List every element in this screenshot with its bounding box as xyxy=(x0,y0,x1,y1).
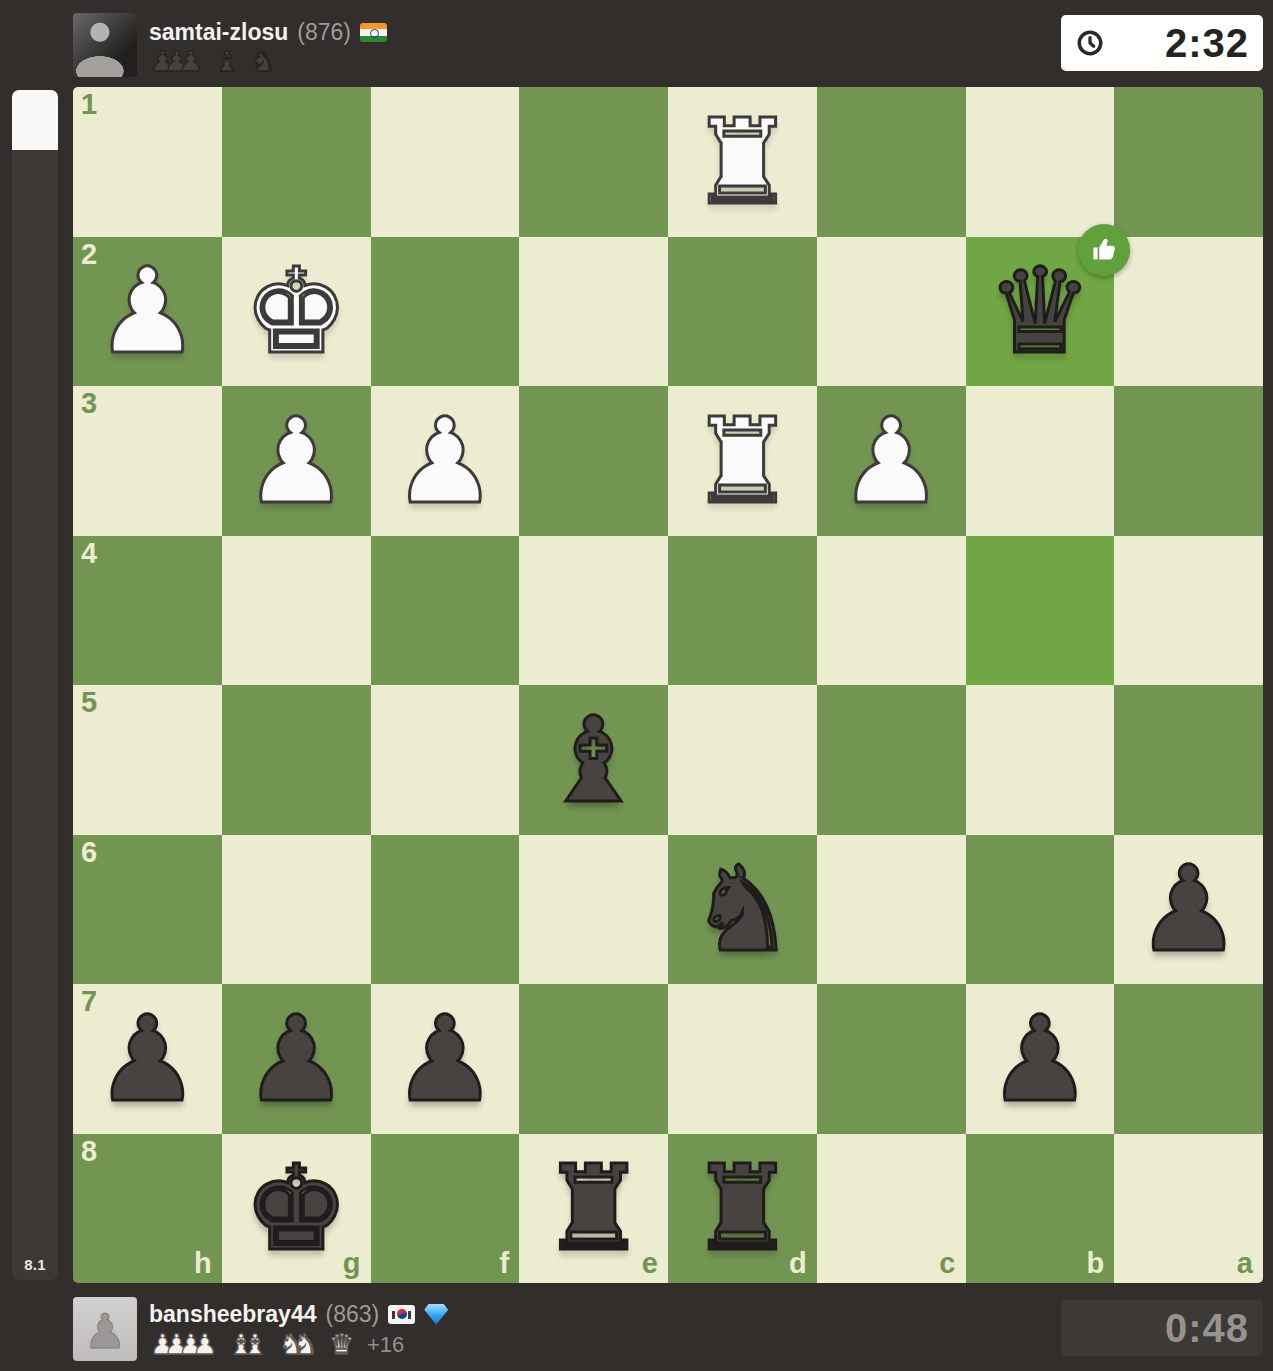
material-advantage: +16 xyxy=(367,1332,404,1358)
square-b4[interactable] xyxy=(966,536,1115,686)
top-player-name-line: samtai-zlosu (876) xyxy=(149,17,387,47)
square-f3[interactable]: ♟ xyxy=(371,386,520,536)
square-h4[interactable]: 4 xyxy=(73,536,222,686)
square-g3[interactable]: ♟ xyxy=(222,386,371,536)
captured-pawn-group: ♟♟♟ xyxy=(150,48,203,76)
white-clock-time: 2:32 xyxy=(1165,21,1249,66)
captured-knight-group: ♞♞ xyxy=(279,1331,318,1359)
captured-pawn-icon: ♟ xyxy=(178,48,203,76)
top-player-name[interactable]: samtai-zlosu xyxy=(149,19,288,46)
black-pawn-b7[interactable]: ♟ xyxy=(966,984,1115,1134)
square-c3[interactable]: ♟ xyxy=(817,386,966,536)
captured-pawn-group: ♟♟♟♟ xyxy=(150,1331,217,1359)
white-rook-d3[interactable]: ♜ xyxy=(668,386,817,536)
file-label-c: c xyxy=(939,1249,955,1278)
square-g4[interactable] xyxy=(222,536,371,686)
square-a7[interactable] xyxy=(1114,984,1263,1134)
square-e3[interactable] xyxy=(519,386,668,536)
square-f2[interactable] xyxy=(371,237,520,387)
square-e5[interactable]: ♝ xyxy=(519,685,668,835)
square-c5[interactable] xyxy=(817,685,966,835)
captured-knight-icon: ♞ xyxy=(293,1331,318,1359)
square-d6[interactable]: ♞ xyxy=(668,835,817,985)
white-pawn-h2[interactable]: ♟ xyxy=(73,237,222,387)
black-pawn-h7[interactable]: ♟ xyxy=(73,984,222,1134)
square-e6[interactable] xyxy=(519,835,668,985)
bottom-player-name-line: bansheebray44 (863) xyxy=(149,1299,448,1329)
square-c2[interactable] xyxy=(817,237,966,387)
square-b6[interactable] xyxy=(966,835,1115,985)
square-e4[interactable] xyxy=(519,536,668,686)
square-h1[interactable]: 1 xyxy=(73,87,222,237)
square-c7[interactable] xyxy=(817,984,966,1134)
square-h7[interactable]: 7♟ xyxy=(73,984,222,1134)
square-g2[interactable]: ♚ xyxy=(222,237,371,387)
square-f5[interactable] xyxy=(371,685,520,835)
square-b7[interactable]: ♟ xyxy=(966,984,1115,1134)
captured-bishop-icon: ♝ xyxy=(214,48,239,76)
captured-queen-icon: ♛ xyxy=(329,1331,354,1359)
white-pawn-g3[interactable]: ♟ xyxy=(222,386,371,536)
captured-bishop-group: ♝♝ xyxy=(228,1331,267,1359)
square-c4[interactable] xyxy=(817,536,966,686)
bottom-player-avatar[interactable]: ♟ xyxy=(73,1297,137,1361)
square-h3[interactable]: 3 xyxy=(73,386,222,536)
square-g6[interactable] xyxy=(222,835,371,985)
square-d8[interactable]: d♜ xyxy=(668,1134,817,1284)
thumbs-up-icon xyxy=(1089,235,1119,265)
square-b5[interactable] xyxy=(966,685,1115,835)
square-f1[interactable] xyxy=(371,87,520,237)
square-g7[interactable]: ♟ xyxy=(222,984,371,1134)
rank-label-5: 5 xyxy=(81,688,97,717)
square-c1[interactable] xyxy=(817,87,966,237)
square-c8[interactable]: c xyxy=(817,1134,966,1284)
captured-queen-group: ♛ xyxy=(329,1331,354,1359)
black-pawn-f7[interactable]: ♟ xyxy=(371,984,520,1134)
square-b1[interactable] xyxy=(966,87,1115,237)
captured-knight-icon: ♞ xyxy=(250,48,275,76)
square-e8[interactable]: e♜ xyxy=(519,1134,668,1284)
square-b3[interactable] xyxy=(966,386,1115,536)
square-g5[interactable] xyxy=(222,685,371,835)
top-player-avatar[interactable] xyxy=(73,13,137,77)
black-knight-d6[interactable]: ♞ xyxy=(668,835,817,985)
square-d4[interactable] xyxy=(668,536,817,686)
top-player-captured-pieces: ♟♟♟♝♞ xyxy=(150,47,287,77)
square-e1[interactable] xyxy=(519,87,668,237)
square-h8[interactable]: 8h xyxy=(73,1134,222,1284)
square-h5[interactable]: 5 xyxy=(73,685,222,835)
default-avatar-pawn-icon: ♟ xyxy=(83,1307,126,1355)
square-g1[interactable] xyxy=(222,87,371,237)
rank-label-6: 6 xyxy=(81,838,97,867)
white-clock: 2:32 xyxy=(1061,15,1263,71)
square-f7[interactable]: ♟ xyxy=(371,984,520,1134)
chess-board: 1♜2♟♚♛3♟♟♜♟45♝6♞♟7♟♟♟♟8hg♚fe♜d♜cba xyxy=(73,87,1263,1283)
chess-app: 8.1 samtai-zlosu (876) ♟♟♟♝♞ 2:32 1♜2♟♚♛… xyxy=(0,0,1273,1371)
black-king-g8[interactable]: ♚ xyxy=(222,1134,371,1284)
black-clock-time: 0:48 xyxy=(1165,1306,1249,1351)
square-b8[interactable]: b xyxy=(966,1134,1115,1284)
captured-pawn-icon: ♟ xyxy=(192,1331,217,1359)
square-a4[interactable] xyxy=(1114,536,1263,686)
rank-label-4: 4 xyxy=(81,539,97,568)
black-pawn-g7[interactable]: ♟ xyxy=(222,984,371,1134)
bottom-player-captured-pieces: ♟♟♟♟♝♝♞♞♛+16 xyxy=(150,1329,404,1361)
india-flag-icon xyxy=(360,23,387,42)
white-pawn-c3[interactable]: ♟ xyxy=(817,386,966,536)
black-rook-e8[interactable]: ♜ xyxy=(519,1134,668,1284)
square-f6[interactable] xyxy=(371,835,520,985)
black-pawn-a6[interactable]: ♟ xyxy=(1114,835,1263,985)
white-king-g2[interactable]: ♚ xyxy=(222,237,371,387)
south-korea-flag-icon xyxy=(388,1305,415,1324)
square-d2[interactable] xyxy=(668,237,817,387)
square-d5[interactable] xyxy=(668,685,817,835)
square-b2[interactable]: ♛ xyxy=(966,237,1115,387)
rank-label-3: 3 xyxy=(81,389,97,418)
square-f8[interactable]: f xyxy=(371,1134,520,1284)
file-label-f: f xyxy=(500,1249,510,1278)
square-c6[interactable] xyxy=(817,835,966,985)
square-a5[interactable] xyxy=(1114,685,1263,835)
black-rook-d8[interactable]: ♜ xyxy=(668,1134,817,1284)
bottom-player-name[interactable]: bansheebray44 xyxy=(149,1301,316,1328)
captured-bishop-icon: ♝ xyxy=(243,1331,268,1359)
evaluation-bar: 8.1 xyxy=(12,90,58,1280)
file-label-a: a xyxy=(1237,1249,1253,1278)
rank-label-1: 1 xyxy=(81,90,97,119)
captured-bishop-group: ♝ xyxy=(214,48,239,76)
square-h2[interactable]: 2♟ xyxy=(73,237,222,387)
good-move-badge xyxy=(1078,224,1130,276)
square-a1[interactable] xyxy=(1114,87,1263,237)
bottom-player-rating: (863) xyxy=(325,1301,379,1328)
file-label-h: h xyxy=(194,1249,212,1278)
captured-knight-group: ♞ xyxy=(250,48,275,76)
white-rook-d1[interactable]: ♜ xyxy=(668,87,817,237)
square-a2[interactable] xyxy=(1114,237,1263,387)
square-f4[interactable] xyxy=(371,536,520,686)
white-pawn-f3[interactable]: ♟ xyxy=(371,386,520,536)
square-d7[interactable] xyxy=(668,984,817,1134)
square-d1[interactable]: ♜ xyxy=(668,87,817,237)
square-a8[interactable]: a xyxy=(1114,1134,1263,1284)
square-e7[interactable] xyxy=(519,984,668,1134)
square-e2[interactable] xyxy=(519,237,668,387)
clock-icon xyxy=(1075,28,1105,58)
evaluation-bar-white-section xyxy=(12,90,58,150)
square-d3[interactable]: ♜ xyxy=(668,386,817,536)
file-label-b: b xyxy=(1087,1249,1105,1278)
square-h6[interactable]: 6 xyxy=(73,835,222,985)
square-g8[interactable]: g♚ xyxy=(222,1134,371,1284)
top-player-rating: (876) xyxy=(297,19,351,46)
evaluation-score: 8.1 xyxy=(12,1256,58,1273)
rank-label-8: 8 xyxy=(81,1137,97,1166)
black-bishop-e5[interactable]: ♝ xyxy=(519,685,668,835)
square-a3[interactable] xyxy=(1114,386,1263,536)
black-clock: 0:48 xyxy=(1061,1300,1263,1356)
premium-diamond-icon xyxy=(424,1304,448,1325)
square-a6[interactable]: ♟ xyxy=(1114,835,1263,985)
